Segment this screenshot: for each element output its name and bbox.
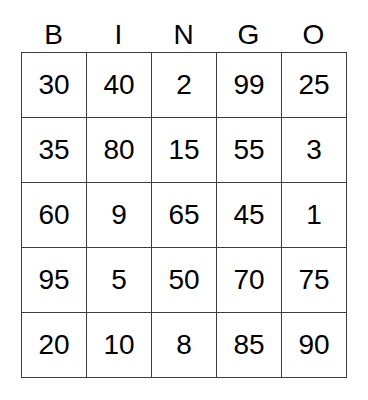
cell-r5c5[interactable]: 90: [282, 313, 347, 378]
cell-r3c1[interactable]: 60: [22, 183, 87, 248]
cell-r5c4[interactable]: 85: [217, 313, 282, 378]
header-letter-b: B: [21, 0, 86, 52]
cell-r5c3[interactable]: 8: [152, 313, 217, 378]
cell-r4c4[interactable]: 70: [217, 248, 282, 313]
cell-r2c3[interactable]: 15: [152, 118, 217, 183]
cell-r1c5[interactable]: 25: [282, 53, 347, 118]
cell-r2c1[interactable]: 35: [22, 118, 87, 183]
cell-r3c5[interactable]: 1: [282, 183, 347, 248]
cell-r5c1[interactable]: 20: [22, 313, 87, 378]
cell-r2c4[interactable]: 55: [217, 118, 282, 183]
header-letter-o: O: [281, 0, 346, 52]
cell-r1c1[interactable]: 30: [22, 53, 87, 118]
cell-r1c4[interactable]: 99: [217, 53, 282, 118]
cell-r2c2[interactable]: 80: [87, 118, 152, 183]
header-letter-i: I: [86, 0, 151, 52]
cell-r4c1[interactable]: 95: [22, 248, 87, 313]
cell-r4c2[interactable]: 5: [87, 248, 152, 313]
cell-r3c4[interactable]: 45: [217, 183, 282, 248]
bingo-board: 30 40 2 99 25 35 80 15 55 3 60 9 65 45 1…: [21, 52, 347, 378]
cell-r3c2[interactable]: 9: [87, 183, 152, 248]
header-letter-g: G: [216, 0, 281, 52]
cell-r4c3[interactable]: 50: [152, 248, 217, 313]
cell-r1c2[interactable]: 40: [87, 53, 152, 118]
cell-r5c2[interactable]: 10: [87, 313, 152, 378]
cell-r3c3[interactable]: 65: [152, 183, 217, 248]
cell-r2c5[interactable]: 3: [282, 118, 347, 183]
bingo-card: B I N G O 30 40 2 99 25 35 80 15 55 3 60…: [21, 0, 347, 378]
bingo-header: B I N G O: [21, 0, 347, 52]
cell-r4c5[interactable]: 75: [282, 248, 347, 313]
cell-r1c3[interactable]: 2: [152, 53, 217, 118]
header-letter-n: N: [151, 0, 216, 52]
